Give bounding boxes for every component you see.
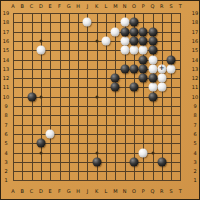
stone-black-O18: [129, 18, 138, 27]
coord-label-left: 16: [3, 38, 9, 43]
grid-line-vertical: [171, 13, 172, 181]
star-point: [39, 95, 42, 98]
coord-label-right: 8: [193, 113, 196, 118]
stone-black-P14: [139, 55, 148, 64]
stone-white-M17: [111, 27, 120, 36]
coord-label-bottom: B: [21, 189, 24, 194]
coord-label-right: 16: [192, 38, 198, 43]
stone-black-O3: [129, 157, 138, 166]
coord-label-top: D: [39, 4, 43, 9]
stone-black-P17: [139, 27, 148, 36]
coord-label-left: 4: [4, 150, 7, 155]
grid-line-horizontal: [13, 171, 181, 172]
coord-label-bottom: S: [170, 189, 173, 194]
stone-white-R13: +: [157, 64, 166, 73]
coord-label-right: 5: [193, 141, 196, 146]
coord-label-left: 7: [4, 122, 7, 127]
grid-line-horizontal: [13, 134, 181, 135]
coord-label-bottom: A: [11, 189, 14, 194]
coord-label-top: J: [87, 4, 88, 9]
coord-label-bottom: N: [123, 189, 127, 194]
stone-black-P12: [139, 74, 148, 83]
stone-black-O16: [129, 36, 138, 45]
coord-label-left: 3: [4, 159, 7, 164]
coord-label-right: 12: [192, 76, 198, 81]
stone-black-O17: [129, 27, 138, 36]
coord-label-left: 12: [3, 76, 9, 81]
coord-label-right: 13: [192, 66, 198, 71]
coord-label-bottom: M: [113, 189, 117, 194]
coord-label-bottom: O: [132, 189, 136, 194]
stone-white-O15: [129, 46, 138, 55]
coord-label-right: 7: [193, 122, 196, 127]
coord-label-bottom: H: [76, 189, 80, 194]
coord-label-right: 9: [193, 104, 196, 109]
grid-line-horizontal: [13, 125, 181, 126]
coord-label-right: 14: [192, 57, 198, 62]
stone-black-O13: [129, 64, 138, 73]
coord-label-left: 18: [3, 20, 9, 25]
stone-black-O11: [129, 83, 138, 92]
stone-white-R11: [157, 83, 166, 92]
coord-label-top: O: [132, 4, 136, 9]
coord-label-bottom: P: [142, 189, 145, 194]
stone-black-D5: [36, 139, 45, 148]
stone-white-N15: [120, 46, 129, 55]
go-board[interactable]: AABBCCDDEEFFGGHHJJKKLLMMNNOOPPQQRRSSTT19…: [0, 0, 200, 200]
coord-label-right: 17: [192, 29, 198, 34]
coord-label-top: L: [105, 4, 108, 9]
stone-black-R3: [157, 157, 166, 166]
coord-label-bottom: F: [58, 189, 61, 194]
stone-white-R12: [157, 74, 166, 83]
coord-label-right: 2: [193, 169, 196, 174]
coord-label-left: 6: [4, 131, 7, 136]
coord-label-left: 10: [3, 94, 9, 99]
coord-label-top: T: [179, 4, 182, 9]
coord-label-top: K: [95, 4, 98, 9]
stone-white-Q11: [148, 83, 157, 92]
coord-label-bottom: L: [105, 189, 108, 194]
coord-label-right: 11: [192, 85, 198, 90]
stone-white-Q14: [148, 55, 157, 64]
star-point: [39, 39, 42, 42]
coord-label-top: B: [21, 4, 24, 9]
coord-label-left: 1: [4, 178, 7, 183]
last-move-marker: +: [159, 65, 165, 72]
coord-label-top: H: [76, 4, 80, 9]
star-point: [95, 151, 98, 154]
coord-label-bottom: T: [179, 189, 182, 194]
stone-black-M12: [111, 74, 120, 83]
grid-line-vertical: [180, 13, 181, 181]
grid-line-vertical: [162, 13, 163, 181]
grid-line-horizontal: [13, 106, 181, 107]
coord-label-top: N: [123, 4, 127, 9]
stone-white-D15: [36, 46, 45, 55]
stone-white-J18: [83, 18, 92, 27]
stone-white-P15: [139, 46, 148, 55]
coord-label-bottom: J: [87, 189, 88, 194]
coord-label-left: 14: [3, 57, 9, 62]
stone-black-K3: [92, 157, 101, 166]
coord-label-bottom: Q: [151, 189, 155, 194]
coord-label-left: 17: [3, 29, 9, 34]
grid-line-vertical: [115, 13, 116, 181]
coord-label-left: 15: [3, 48, 9, 53]
stone-black-Q10: [148, 92, 157, 101]
coord-label-top: M: [113, 4, 117, 9]
coord-label-top: G: [67, 4, 71, 9]
star-point: [95, 95, 98, 98]
stone-black-Q17: [148, 27, 157, 36]
coord-label-top: P: [142, 4, 145, 9]
coord-label-bottom: C: [30, 189, 34, 194]
coord-label-bottom: K: [95, 189, 98, 194]
coord-label-right: 3: [193, 159, 196, 164]
stone-black-Q15: [148, 46, 157, 55]
stone-white-S13: [167, 64, 176, 73]
stone-white-Q13: [148, 64, 157, 73]
coord-label-right: 18: [192, 20, 198, 25]
coord-label-left: 11: [3, 85, 9, 90]
coord-label-right: 10: [192, 94, 198, 99]
star-point: [95, 39, 98, 42]
coord-label-top: C: [30, 4, 34, 9]
stone-black-Q12: [148, 74, 157, 83]
coord-label-left: 8: [4, 113, 7, 118]
coord-label-bottom: R: [160, 189, 163, 194]
coord-label-top: R: [160, 4, 163, 9]
stone-black-S14: [167, 55, 176, 64]
stone-white-N18: [120, 18, 129, 27]
grid-line-horizontal: [13, 180, 181, 181]
coord-label-left: 19: [3, 11, 9, 16]
stone-black-N13: [120, 64, 129, 73]
star-point: [39, 151, 42, 154]
coord-label-top: F: [58, 4, 61, 9]
coord-label-bottom: G: [67, 189, 71, 194]
stone-black-P16: [139, 36, 148, 45]
coord-label-top: E: [49, 4, 52, 9]
stone-black-N17: [120, 27, 129, 36]
stone-white-L16: [102, 36, 111, 45]
stone-black-C10: [27, 92, 36, 101]
coord-label-left: 9: [4, 104, 7, 109]
coord-label-left: 13: [3, 66, 9, 71]
coord-label-left: 2: [4, 169, 7, 174]
coord-label-left: 5: [4, 141, 7, 146]
coord-label-top: A: [11, 4, 14, 9]
stone-black-Q16: [148, 36, 157, 45]
coord-label-right: 15: [192, 48, 198, 53]
coord-label-top: Q: [151, 4, 155, 9]
stone-black-M11: [111, 83, 120, 92]
star-point: [151, 151, 154, 154]
coord-label-top: S: [170, 4, 173, 9]
coord-label-right: 4: [193, 150, 196, 155]
coord-label-bottom: E: [49, 189, 52, 194]
coord-label-right: 1: [193, 178, 196, 183]
grid-line-horizontal: [13, 115, 181, 116]
coord-label-right: 6: [193, 131, 196, 136]
stone-white-N16: [120, 36, 129, 45]
stone-white-P4: [139, 148, 148, 157]
coord-label-bottom: D: [39, 189, 43, 194]
stone-white-E6: [46, 129, 55, 138]
coord-label-right: 19: [192, 11, 198, 16]
stone-black-P13: [139, 64, 148, 73]
